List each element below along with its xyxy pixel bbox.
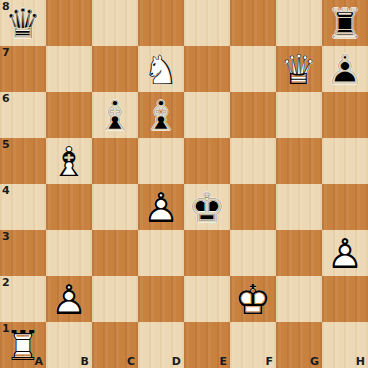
file-label-g: G — [310, 355, 319, 368]
black-bishop-glyph-outline: ♗︎ — [92, 92, 138, 138]
square-g4[interactable] — [276, 184, 322, 230]
square-b7[interactable] — [46, 46, 92, 92]
piece-black-king[interactable]: ♚︎♔︎ — [184, 184, 230, 230]
square-h4[interactable] — [322, 184, 368, 230]
square-g1[interactable]: G — [276, 322, 322, 368]
piece-white-pawn[interactable]: ♟︎♙︎ — [322, 230, 368, 276]
piece-white-bishop[interactable]: ♝︎♗︎ — [46, 138, 92, 184]
square-e6[interactable] — [184, 92, 230, 138]
file-label-h: H — [356, 355, 365, 368]
square-h2[interactable] — [322, 276, 368, 322]
square-e2[interactable] — [184, 276, 230, 322]
square-c2[interactable] — [92, 276, 138, 322]
piece-white-rook[interactable]: ♜︎♖︎ — [0, 322, 46, 368]
square-g6[interactable] — [276, 92, 322, 138]
square-b3[interactable] — [46, 230, 92, 276]
square-g3[interactable] — [276, 230, 322, 276]
rank-label-6: 6 — [2, 92, 10, 105]
rank-label-2: 2 — [2, 276, 10, 289]
piece-black-bishop[interactable]: ♝︎♗︎ — [138, 92, 184, 138]
square-d6[interactable]: ♝︎♗︎ — [138, 92, 184, 138]
square-g5[interactable] — [276, 138, 322, 184]
piece-white-knight[interactable]: ♞︎♘︎ — [138, 46, 184, 92]
square-d3[interactable] — [138, 230, 184, 276]
square-d7[interactable]: ♞︎♘︎ — [138, 46, 184, 92]
square-h3[interactable]: ♟︎♙︎ — [322, 230, 368, 276]
square-c3[interactable] — [92, 230, 138, 276]
chess-board: 8♛︎♕︎♜︎♖︎7♞︎♘︎♛︎♕︎♟︎♙︎6♝︎♗︎♝︎♗︎5♝︎♗︎4♟︎♙… — [0, 0, 368, 368]
piece-white-pawn[interactable]: ♟︎♙︎ — [138, 184, 184, 230]
square-g7[interactable]: ♛︎♕︎ — [276, 46, 322, 92]
black-queen-glyph-outline: ♕︎ — [0, 0, 46, 46]
white-bishop-glyph-outline: ♗︎ — [46, 138, 92, 184]
square-c7[interactable] — [92, 46, 138, 92]
square-f3[interactable] — [230, 230, 276, 276]
black-rook-glyph-outline: ♖︎ — [322, 0, 368, 46]
square-e4[interactable]: ♚︎♔︎ — [184, 184, 230, 230]
square-d8[interactable] — [138, 0, 184, 46]
square-h5[interactable] — [322, 138, 368, 184]
white-knight-glyph-outline: ♘︎ — [138, 46, 184, 92]
square-e8[interactable] — [184, 0, 230, 46]
square-d2[interactable] — [138, 276, 184, 322]
square-e3[interactable] — [184, 230, 230, 276]
square-f5[interactable] — [230, 138, 276, 184]
square-h8[interactable]: ♜︎♖︎ — [322, 0, 368, 46]
black-king-glyph-outline: ♔︎ — [184, 184, 230, 230]
piece-black-pawn[interactable]: ♟︎♙︎ — [322, 46, 368, 92]
square-b5[interactable]: ♝︎♗︎ — [46, 138, 92, 184]
file-label-f: F — [265, 355, 273, 368]
black-pawn-glyph-outline: ♙︎ — [322, 46, 368, 92]
square-a1[interactable]: 1A♜︎♖︎ — [0, 322, 46, 368]
square-f2[interactable]: ♚︎♔︎ — [230, 276, 276, 322]
square-f4[interactable] — [230, 184, 276, 230]
file-label-b: B — [81, 355, 89, 368]
square-a4[interactable]: 4 — [0, 184, 46, 230]
square-c6[interactable]: ♝︎♗︎ — [92, 92, 138, 138]
rank-label-4: 4 — [2, 184, 10, 197]
white-king-glyph-outline: ♔︎ — [230, 276, 276, 322]
square-h7[interactable]: ♟︎♙︎ — [322, 46, 368, 92]
file-label-c: C — [127, 355, 135, 368]
square-a8[interactable]: 8♛︎♕︎ — [0, 0, 46, 46]
square-a6[interactable]: 6 — [0, 92, 46, 138]
white-queen-glyph-outline: ♕︎ — [276, 46, 322, 92]
white-rook-glyph-outline: ♖︎ — [0, 322, 46, 368]
square-e1[interactable]: E — [184, 322, 230, 368]
square-d4[interactable]: ♟︎♙︎ — [138, 184, 184, 230]
square-d1[interactable]: D — [138, 322, 184, 368]
piece-black-rook[interactable]: ♜︎♖︎ — [322, 0, 368, 46]
square-c1[interactable]: C — [92, 322, 138, 368]
square-b6[interactable] — [46, 92, 92, 138]
white-pawn-glyph-outline: ♙︎ — [322, 230, 368, 276]
piece-white-pawn[interactable]: ♟︎♙︎ — [46, 276, 92, 322]
square-c5[interactable] — [92, 138, 138, 184]
square-g2[interactable] — [276, 276, 322, 322]
square-a7[interactable]: 7 — [0, 46, 46, 92]
file-label-e: E — [219, 355, 227, 368]
square-b8[interactable] — [46, 0, 92, 46]
white-pawn-glyph-outline: ♙︎ — [138, 184, 184, 230]
square-c8[interactable] — [92, 0, 138, 46]
piece-white-queen[interactable]: ♛︎♕︎ — [276, 46, 322, 92]
square-c4[interactable] — [92, 184, 138, 230]
piece-black-queen[interactable]: ♛︎♕︎ — [0, 0, 46, 46]
square-b2[interactable]: ♟︎♙︎ — [46, 276, 92, 322]
square-e5[interactable] — [184, 138, 230, 184]
file-label-d: D — [172, 355, 181, 368]
white-pawn-glyph-outline: ♙︎ — [46, 276, 92, 322]
square-d5[interactable] — [138, 138, 184, 184]
square-a2[interactable]: 2 — [0, 276, 46, 322]
square-h6[interactable] — [322, 92, 368, 138]
square-a3[interactable]: 3 — [0, 230, 46, 276]
square-f6[interactable] — [230, 92, 276, 138]
square-f8[interactable] — [230, 0, 276, 46]
square-e7[interactable] — [184, 46, 230, 92]
square-f1[interactable]: F — [230, 322, 276, 368]
rank-label-3: 3 — [2, 230, 10, 243]
square-b4[interactable] — [46, 184, 92, 230]
black-bishop-glyph-outline: ♗︎ — [138, 92, 184, 138]
square-g8[interactable] — [276, 0, 322, 46]
square-f7[interactable] — [230, 46, 276, 92]
square-b1[interactable]: B — [46, 322, 92, 368]
rank-label-5: 5 — [2, 138, 10, 151]
piece-black-bishop[interactable]: ♝︎♗︎ — [92, 92, 138, 138]
square-a5[interactable]: 5 — [0, 138, 46, 184]
square-h1[interactable]: H — [322, 322, 368, 368]
piece-white-king[interactable]: ♚︎♔︎ — [230, 276, 276, 322]
